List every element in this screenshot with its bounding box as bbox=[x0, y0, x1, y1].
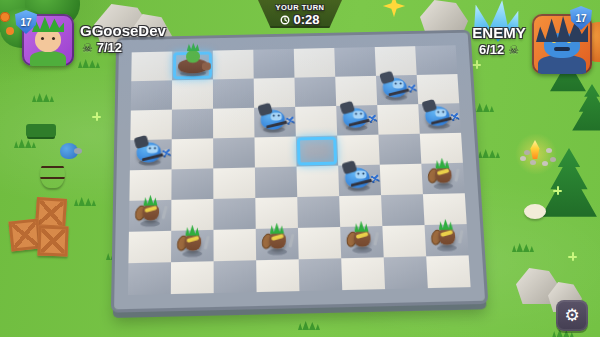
sparkle bbox=[568, 252, 577, 261]
troll-hammer-head bbox=[407, 84, 417, 93]
enemy-level: 17 bbox=[575, 13, 586, 24]
goblin-body bbox=[184, 234, 201, 251]
board-cell-r7c4[interactable] bbox=[299, 258, 343, 291]
grass-tuft bbox=[74, 196, 96, 206]
rider-body bbox=[186, 50, 200, 63]
board-cell-r0c2[interactable] bbox=[213, 50, 254, 80]
goblin-hair bbox=[438, 219, 453, 231]
settings-button[interactable]: ⚙ bbox=[556, 300, 588, 331]
campfire-flame bbox=[528, 140, 542, 159]
board-cell-r2c6[interactable] bbox=[377, 104, 420, 135]
enemy-score: 6/12 bbox=[479, 42, 504, 57]
grass-tuft bbox=[78, 58, 100, 68]
board[interactable] bbox=[114, 33, 485, 310]
grass-tuft bbox=[512, 242, 534, 252]
board-cell-r1c6[interactable] bbox=[376, 75, 418, 105]
sparkle bbox=[92, 112, 101, 121]
board-cell-r3c0[interactable] bbox=[130, 139, 172, 170]
goblin-dagger-icon bbox=[458, 230, 463, 244]
board-cell-r3c1[interactable] bbox=[172, 138, 214, 169]
blue-bird bbox=[60, 143, 78, 159]
pine-tree bbox=[570, 84, 600, 142]
board-cell-r0c5[interactable] bbox=[334, 47, 376, 77]
game-screen: 17 GGooseDev ☠ 7/12 ENEMY 6/12 ☠ 17 YOUR… bbox=[0, 0, 600, 337]
board-cell-r4c6[interactable] bbox=[380, 164, 423, 195]
turn-label: YOUR TURN bbox=[258, 3, 342, 12]
board-cell-r7c6[interactable] bbox=[384, 256, 428, 289]
troll-face bbox=[270, 113, 281, 121]
piece-enemy-troll[interactable] bbox=[258, 104, 289, 132]
board-cell-r2c3[interactable] bbox=[254, 107, 296, 138]
mushroom bbox=[0, 12, 10, 22]
skull-icon: ☠ bbox=[82, 41, 93, 55]
piece-player-goblin[interactable] bbox=[432, 219, 461, 251]
turn-banner: YOUR TURN 0:28 bbox=[258, 0, 342, 28]
goblin-hair bbox=[435, 158, 450, 169]
sparkle bbox=[472, 60, 481, 69]
piece-player-king-rider[interactable] bbox=[175, 42, 211, 75]
board-cell-r4c7[interactable] bbox=[421, 163, 464, 194]
board-cell-r7c7[interactable] bbox=[426, 255, 470, 288]
goblin-hair bbox=[270, 223, 285, 235]
grass-tuft bbox=[32, 92, 54, 102]
piece-enemy-troll[interactable] bbox=[422, 100, 454, 128]
gear-icon: ⚙ bbox=[564, 305, 579, 326]
board-cell-r6c6[interactable] bbox=[382, 225, 426, 257]
goblin-hair bbox=[354, 221, 369, 233]
piece-enemy-troll[interactable] bbox=[380, 72, 411, 100]
blue-bird-head bbox=[74, 148, 82, 154]
board-cell-r4c4[interactable] bbox=[297, 166, 340, 197]
troll-face bbox=[392, 81, 403, 89]
board-cell-r3c6[interactable] bbox=[378, 134, 421, 165]
board-cell-r2c1[interactable] bbox=[172, 109, 213, 140]
crate bbox=[9, 219, 42, 252]
board-cell-r5c2[interactable] bbox=[213, 198, 255, 230]
piece-enemy-troll[interactable] bbox=[340, 102, 371, 130]
board-cell-r7c0[interactable] bbox=[128, 262, 171, 295]
goblin-dagger-icon bbox=[161, 206, 167, 220]
grass-tuft bbox=[14, 138, 36, 148]
crate bbox=[35, 197, 67, 229]
board-cell-r2c5[interactable] bbox=[336, 105, 378, 136]
board-cell-r3c4[interactable] bbox=[296, 136, 338, 167]
player-avatar-shirt bbox=[30, 51, 66, 66]
board-cell-r0c7[interactable] bbox=[415, 45, 457, 75]
piece-player-goblin[interactable] bbox=[263, 223, 290, 255]
goblin-dagger-icon bbox=[203, 236, 209, 250]
barrel bbox=[40, 160, 65, 188]
troll-hammer-head bbox=[285, 116, 295, 126]
piece-enemy-troll[interactable] bbox=[342, 161, 374, 190]
player-score: 7/12 bbox=[97, 40, 122, 55]
board-cell-r4c5[interactable] bbox=[338, 165, 381, 196]
grass-tuft bbox=[298, 320, 320, 330]
board-cell-r5c0[interactable] bbox=[129, 200, 171, 232]
board-cell-r1c4[interactable] bbox=[294, 77, 336, 107]
troll-hammer-head bbox=[370, 174, 380, 184]
board-cell-r0c4[interactable] bbox=[294, 48, 335, 78]
board-cell-r4c1[interactable] bbox=[171, 168, 213, 199]
board-cell-r7c1[interactable] bbox=[171, 261, 214, 294]
skull-icon: ☠ bbox=[508, 43, 519, 57]
goblin-body bbox=[434, 167, 451, 184]
crate bbox=[37, 225, 68, 256]
piece-enemy-troll[interactable] bbox=[134, 136, 165, 165]
board-cell-r6c2[interactable] bbox=[213, 229, 256, 261]
board-cell-r0c1[interactable] bbox=[172, 51, 213, 81]
goblin-body bbox=[142, 204, 159, 221]
mushroom bbox=[6, 27, 14, 35]
board-cell-r6c7[interactable] bbox=[425, 224, 469, 256]
goblin-hair bbox=[185, 225, 199, 237]
board-cell-r2c4[interactable] bbox=[295, 106, 337, 137]
enemy-name: ENEMY bbox=[470, 24, 528, 41]
goblin-body bbox=[438, 228, 455, 245]
player-avatar-hair bbox=[32, 16, 64, 32]
board-cell-r3c3[interactable] bbox=[254, 136, 296, 167]
board-cell-r0c3[interactable] bbox=[253, 49, 294, 79]
troll-face bbox=[355, 171, 366, 179]
troll-face bbox=[146, 145, 157, 153]
picnic-table bbox=[26, 124, 56, 137]
pine-tree-large bbox=[538, 148, 600, 234]
turn-timer: 0:28 bbox=[293, 12, 319, 27]
campfire-glow bbox=[514, 134, 558, 174]
piece-player-goblin[interactable] bbox=[429, 158, 457, 189]
enemy-score-row: 6/12 ☠ bbox=[470, 42, 528, 57]
rider-hair bbox=[187, 43, 200, 52]
sparkle bbox=[553, 186, 562, 195]
board-area bbox=[114, 33, 485, 310]
board-cell-r1c2[interactable] bbox=[213, 79, 254, 109]
board-cell-r2c2[interactable] bbox=[213, 108, 254, 139]
board-cell-r6c1[interactable] bbox=[171, 230, 214, 262]
board-cell-r7c3[interactable] bbox=[256, 259, 299, 292]
crate-stack bbox=[10, 198, 84, 262]
goblin-body bbox=[269, 232, 286, 249]
clock-icon bbox=[280, 15, 290, 25]
goblin-hair bbox=[143, 195, 157, 207]
goblin-dagger-icon bbox=[373, 232, 379, 246]
goblin-dagger-icon bbox=[288, 234, 294, 248]
board-cell-r6c5[interactable] bbox=[340, 226, 384, 258]
piece-player-goblin[interactable] bbox=[179, 224, 206, 256]
goblin-body bbox=[353, 230, 370, 247]
troll-face bbox=[352, 111, 363, 119]
board-cell-r5c4[interactable] bbox=[297, 196, 340, 228]
board-cell-r7c2[interactable] bbox=[214, 260, 257, 293]
board-cell-r5c6[interactable] bbox=[381, 194, 424, 226]
player-score-row: ☠ 7/12 bbox=[82, 40, 122, 55]
board-cell-r1c1[interactable] bbox=[172, 79, 213, 109]
board-cell-r7c5[interactable] bbox=[341, 257, 385, 290]
troll-face bbox=[435, 109, 446, 117]
board-cell-r4c2[interactable] bbox=[213, 167, 255, 198]
player-name: GGooseDev bbox=[80, 22, 166, 39]
troll-hammer-head bbox=[450, 112, 460, 122]
board-cell-r4c3[interactable] bbox=[255, 167, 297, 198]
board-cell-r0c0[interactable] bbox=[131, 51, 172, 81]
board-cell-r6c4[interactable] bbox=[298, 227, 341, 259]
board-cell-r2c7[interactable] bbox=[418, 103, 461, 134]
board-cell-r3c2[interactable] bbox=[213, 137, 255, 168]
grass-tuft bbox=[478, 148, 500, 158]
piece-player-goblin[interactable] bbox=[137, 195, 164, 226]
troll-hammer-head bbox=[161, 148, 171, 158]
board-cell-r1c0[interactable] bbox=[131, 80, 172, 110]
board-cell-r6c3[interactable] bbox=[256, 228, 299, 260]
sparkle-burst bbox=[383, 0, 405, 17]
grass-tuft bbox=[472, 102, 494, 112]
player-level: 17 bbox=[20, 17, 31, 28]
board-cell-r6c0[interactable] bbox=[128, 231, 171, 263]
goblin-dagger-icon bbox=[454, 168, 459, 182]
campfire-stones bbox=[520, 156, 526, 161]
piece-player-goblin[interactable] bbox=[348, 221, 376, 253]
troll-hammer-head bbox=[367, 114, 377, 124]
